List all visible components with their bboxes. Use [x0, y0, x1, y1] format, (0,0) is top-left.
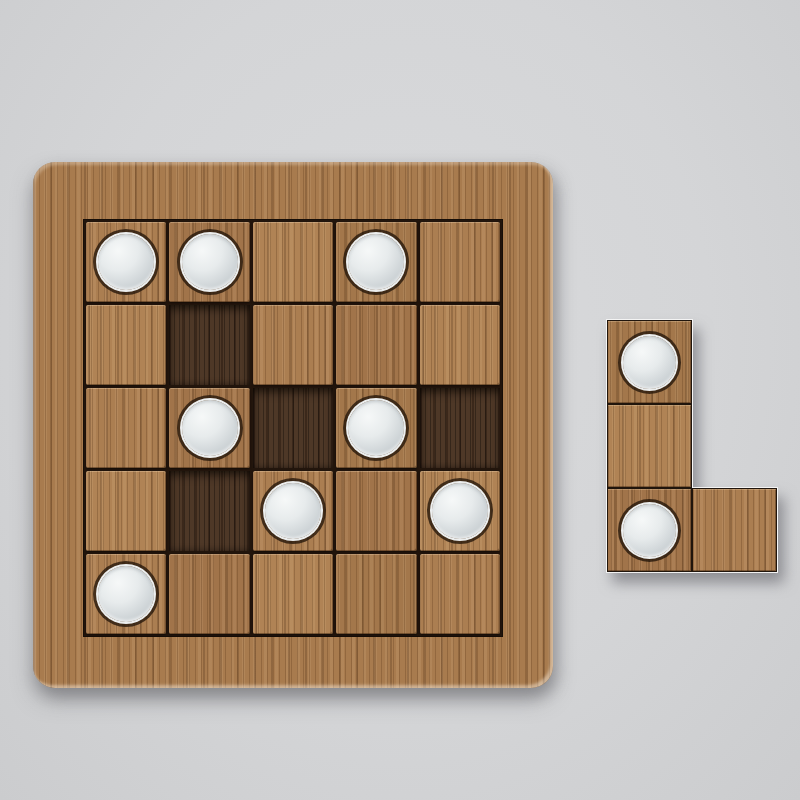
board-tile-r0-c2[interactable]: [253, 222, 333, 302]
magnet-disc: [98, 234, 154, 290]
magnet-disc: [348, 234, 404, 290]
board-tile-r3-c3[interactable]: [336, 471, 416, 551]
empty-recess-r2-c4: [420, 388, 500, 468]
empty-recess-r1-c1: [169, 305, 249, 385]
board-tile-r4-c3[interactable]: [336, 554, 416, 634]
board-tile-r4-c1[interactable]: [169, 554, 249, 634]
board-tile-r4-c4[interactable]: [420, 554, 500, 634]
board-tile-r2-c0[interactable]: [86, 388, 166, 468]
board-tile-r0-c0[interactable]: [86, 222, 166, 302]
board-tile-r3-c4[interactable]: [420, 471, 500, 551]
magnet-disc: [348, 400, 404, 456]
magnet-disc: [182, 234, 238, 290]
board-tile-r3-c2[interactable]: [253, 471, 333, 551]
magnet-disc: [265, 483, 321, 539]
piece-cell-r0-c0[interactable]: [607, 320, 692, 404]
board-tile-r0-c4[interactable]: [420, 222, 500, 302]
board-tile-r1-c3[interactable]: [336, 305, 416, 385]
piece-cell-r2-c0[interactable]: [607, 488, 692, 572]
magnet-disc: [623, 336, 676, 389]
product-photo-scene: { "game": "wooden magnetic tile tray puz…: [0, 0, 800, 800]
empty-recess-r2-c2: [253, 388, 333, 468]
board-tile-r0-c3[interactable]: [336, 222, 416, 302]
loose-l-tetromino-piece[interactable]: [607, 320, 777, 572]
magnet-disc: [432, 483, 488, 539]
board-tile-r1-c4[interactable]: [420, 305, 500, 385]
magnet-disc: [182, 400, 238, 456]
piece-cell-r1-c0[interactable]: [607, 404, 692, 488]
board-tile-r2-c1[interactable]: [169, 388, 249, 468]
board-tile-r0-c1[interactable]: [169, 222, 249, 302]
board-tile-r1-c0[interactable]: [86, 305, 166, 385]
board-tile-r4-c0[interactable]: [86, 554, 166, 634]
board-recess-grid: [83, 219, 503, 637]
empty-recess-r3-c1: [169, 471, 249, 551]
board-tile-r2-c3[interactable]: [336, 388, 416, 468]
board-tile-r4-c2[interactable]: [253, 554, 333, 634]
magnet-disc: [623, 504, 676, 557]
board-tile-r3-c0[interactable]: [86, 471, 166, 551]
board-tile-r1-c2[interactable]: [253, 305, 333, 385]
magnet-disc: [98, 566, 154, 622]
puzzle-board-frame: [33, 162, 553, 688]
piece-cell-r2-c1[interactable]: [692, 488, 777, 572]
